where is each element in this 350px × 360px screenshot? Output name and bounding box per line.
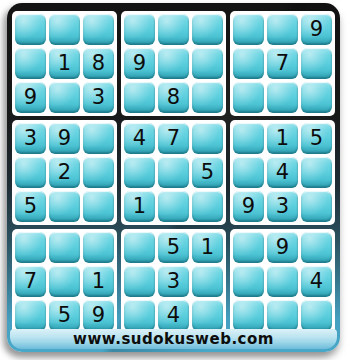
cell-r2c1[interactable] (15, 48, 46, 79)
cell-r9c4[interactable] (124, 300, 155, 331)
cell-r2c8[interactable]: 7 (267, 48, 298, 79)
cell-r7c2[interactable] (49, 232, 80, 263)
cell-r1c6[interactable] (192, 14, 223, 45)
cell-r1c1[interactable] (15, 14, 46, 45)
cell-r8c3[interactable]: 1 (83, 266, 114, 297)
cell-r4c4[interactable]: 4 (124, 123, 155, 154)
cell-r3c5[interactable]: 8 (158, 82, 189, 113)
cell-r4c6[interactable] (192, 123, 223, 154)
cell-r6c6[interactable] (192, 191, 223, 222)
cell-r1c7[interactable] (233, 14, 264, 45)
cell-r7c7[interactable] (233, 232, 264, 263)
sudoku-grid: 1893989739254751154937159513494 (7, 3, 340, 334)
cell-r4c2[interactable]: 9 (49, 123, 80, 154)
sudoku-box-2: 98 (121, 11, 226, 116)
cell-r4c1[interactable]: 3 (15, 123, 46, 154)
cell-r6c2[interactable] (49, 191, 80, 222)
sudoku-box-5: 4751 (121, 120, 226, 225)
cell-r4c8[interactable]: 1 (267, 123, 298, 154)
cell-r4c9[interactable]: 5 (301, 123, 332, 154)
cell-r9c9[interactable] (301, 300, 332, 331)
cell-r8c6[interactable] (192, 266, 223, 297)
cell-r7c3[interactable] (83, 232, 114, 263)
cell-r2c6[interactable] (192, 48, 223, 79)
cell-r3c8[interactable] (267, 82, 298, 113)
cell-r5c8[interactable]: 4 (267, 157, 298, 188)
cell-r9c2[interactable]: 5 (49, 300, 80, 331)
cell-r2c3[interactable]: 8 (83, 48, 114, 79)
cell-r6c8[interactable]: 3 (267, 191, 298, 222)
cell-r7c5[interactable]: 5 (158, 232, 189, 263)
sudoku-box-7: 7159 (12, 229, 117, 334)
footer-banner: www.sudokusweb.com (10, 329, 337, 349)
cell-r9c1[interactable] (15, 300, 46, 331)
cell-r2c7[interactable] (233, 48, 264, 79)
cell-r3c7[interactable] (233, 82, 264, 113)
cell-r7c8[interactable]: 9 (267, 232, 298, 263)
cell-r3c6[interactable] (192, 82, 223, 113)
cell-r7c6[interactable]: 1 (192, 232, 223, 263)
sudoku-board: 1893989739254751154937159513494 www.sudo… (7, 3, 340, 352)
cell-r5c5[interactable] (158, 157, 189, 188)
sudoku-box-9: 94 (230, 229, 335, 334)
cell-r4c3[interactable] (83, 123, 114, 154)
cell-r8c7[interactable] (233, 266, 264, 297)
cell-r6c1[interactable]: 5 (15, 191, 46, 222)
cell-r5c9[interactable] (301, 157, 332, 188)
website-url: www.sudokusweb.com (73, 330, 274, 348)
cell-r5c3[interactable] (83, 157, 114, 188)
cell-r3c9[interactable] (301, 82, 332, 113)
cell-r2c4[interactable]: 9 (124, 48, 155, 79)
cell-r2c5[interactable] (158, 48, 189, 79)
cell-r9c7[interactable] (233, 300, 264, 331)
cell-r6c9[interactable] (301, 191, 332, 222)
cell-r5c2[interactable]: 2 (49, 157, 80, 188)
cell-r3c4[interactable] (124, 82, 155, 113)
cell-r5c6[interactable]: 5 (192, 157, 223, 188)
cell-r6c3[interactable] (83, 191, 114, 222)
cell-r3c1[interactable]: 9 (15, 82, 46, 113)
cell-r2c9[interactable] (301, 48, 332, 79)
cell-r6c4[interactable]: 1 (124, 191, 155, 222)
cell-r7c9[interactable] (301, 232, 332, 263)
cell-r8c9[interactable]: 4 (301, 266, 332, 297)
cell-r9c6[interactable] (192, 300, 223, 331)
cell-r6c5[interactable] (158, 191, 189, 222)
cell-r5c4[interactable] (124, 157, 155, 188)
sudoku-box-6: 15493 (230, 120, 335, 225)
cell-r1c4[interactable] (124, 14, 155, 45)
sudoku-box-1: 1893 (12, 11, 117, 116)
cell-r8c5[interactable]: 3 (158, 266, 189, 297)
cell-r9c8[interactable] (267, 300, 298, 331)
cell-r2c2[interactable]: 1 (49, 48, 80, 79)
cell-r1c9[interactable]: 9 (301, 14, 332, 45)
cell-r4c5[interactable]: 7 (158, 123, 189, 154)
sudoku-box-8: 5134 (121, 229, 226, 334)
cell-r5c1[interactable] (15, 157, 46, 188)
cell-r7c1[interactable] (15, 232, 46, 263)
cell-r8c1[interactable]: 7 (15, 266, 46, 297)
cell-r3c3[interactable]: 3 (83, 82, 114, 113)
cell-r5c7[interactable] (233, 157, 264, 188)
cell-r9c5[interactable]: 4 (158, 300, 189, 331)
cell-r8c4[interactable] (124, 266, 155, 297)
cell-r8c2[interactable] (49, 266, 80, 297)
cell-r4c7[interactable] (233, 123, 264, 154)
cell-r1c5[interactable] (158, 14, 189, 45)
sudoku-box-4: 3925 (12, 120, 117, 225)
cell-r6c7[interactable]: 9 (233, 191, 264, 222)
cell-r1c2[interactable] (49, 14, 80, 45)
sudoku-box-3: 97 (230, 11, 335, 116)
cell-r1c8[interactable] (267, 14, 298, 45)
cell-r7c4[interactable] (124, 232, 155, 263)
cell-r9c3[interactable]: 9 (83, 300, 114, 331)
cell-r1c3[interactable] (83, 14, 114, 45)
cell-r8c8[interactable] (267, 266, 298, 297)
page: 1893989739254751154937159513494 www.sudo… (0, 0, 350, 360)
cell-r3c2[interactable] (49, 82, 80, 113)
